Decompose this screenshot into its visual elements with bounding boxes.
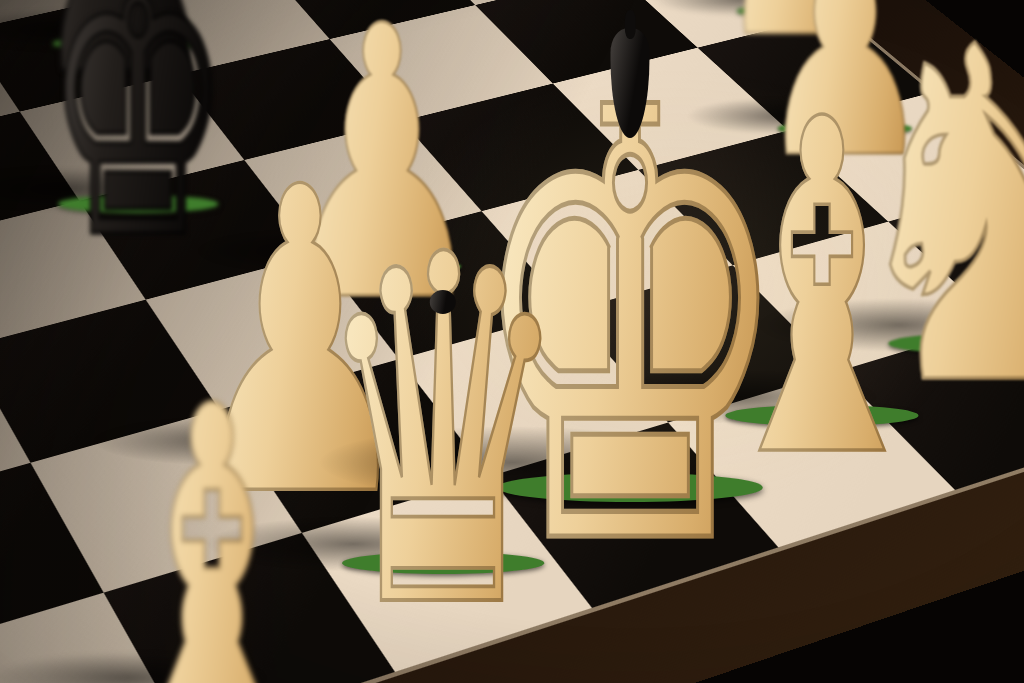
white-queen-d1-glyph: ♛ — [314, 194, 572, 674]
white-bishop-c1-glyph: ♝ — [95, 349, 329, 683]
pieces-layer: ♟♟♟♚♟♞♝♟♚♛♝ — [0, 0, 1024, 683]
chess-photo-scene: ♟♟♟♚♟♞♝♟♚♛♝ — [0, 0, 1024, 683]
